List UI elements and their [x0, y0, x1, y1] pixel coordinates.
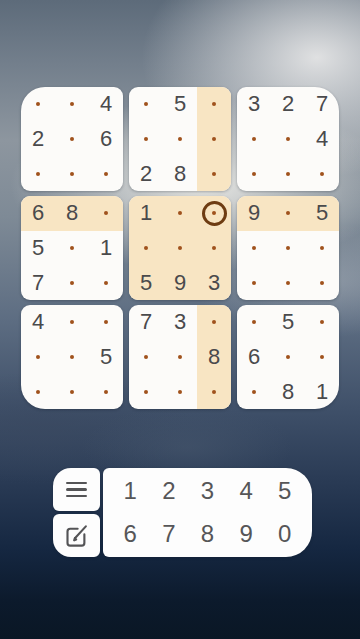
cell-r8c8[interactable]: [271, 340, 305, 375]
cell-r1c9[interactable]: 7: [305, 87, 339, 122]
cell-r8c7[interactable]: 6: [237, 340, 271, 375]
empty-cell-dot: [212, 211, 216, 215]
box-9: 5681: [237, 305, 339, 409]
cell-r3c7[interactable]: [237, 156, 271, 191]
empty-cell-dot: [36, 390, 40, 394]
given-digit: 3: [174, 311, 186, 333]
cell-r4c4[interactable]: 1: [129, 196, 163, 231]
cell-r1c7[interactable]: 3: [237, 87, 271, 122]
numpad-digit-4[interactable]: 4: [239, 479, 252, 503]
cell-r4c5[interactable]: [163, 196, 197, 231]
cell-r6c3[interactable]: [89, 265, 123, 300]
cell-r7c6[interactable]: [197, 305, 231, 340]
empty-cell-dot: [178, 246, 182, 250]
empty-cell-dot: [252, 320, 256, 324]
cell-r7c2[interactable]: [55, 305, 89, 340]
empty-cell-dot: [252, 390, 256, 394]
cell-r6c4[interactable]: 5: [129, 265, 163, 300]
box-5: 1593: [129, 196, 231, 300]
empty-cell-dot: [178, 390, 182, 394]
box-7: 45: [21, 305, 123, 409]
cell-r4c6[interactable]: [197, 196, 231, 231]
cell-r3c3[interactable]: [89, 156, 123, 191]
cell-r3c9[interactable]: [305, 156, 339, 191]
empty-cell-dot: [178, 211, 182, 215]
cell-r5c6[interactable]: [197, 231, 231, 266]
empty-cell-dot: [212, 320, 216, 324]
empty-cell-dot: [286, 281, 290, 285]
cell-r1c8[interactable]: 2: [271, 87, 305, 122]
empty-cell-dot: [104, 390, 108, 394]
cell-r5c8[interactable]: [271, 231, 305, 266]
box-3: 3274: [237, 87, 339, 191]
cell-r5c4[interactable]: [129, 231, 163, 266]
given-digit: 2: [282, 93, 294, 115]
cell-r3c4[interactable]: 2: [129, 156, 163, 191]
given-digit: 8: [208, 346, 220, 368]
given-digit: 7: [140, 311, 152, 333]
empty-cell-dot: [320, 281, 324, 285]
given-digit: 8: [174, 163, 186, 185]
notes-edit-button[interactable]: [53, 514, 100, 557]
cell-r5c9[interactable]: [305, 231, 339, 266]
cell-r3c2[interactable]: [55, 156, 89, 191]
given-digit: 2: [32, 128, 44, 150]
numpad-digit-3[interactable]: 3: [201, 479, 214, 503]
cell-r8c6[interactable]: 8: [197, 340, 231, 375]
empty-cell-dot: [70, 137, 74, 141]
empty-cell-dot: [286, 355, 290, 359]
given-digit: 7: [32, 272, 44, 294]
cell-r5c1[interactable]: 5: [21, 231, 55, 266]
numpad-digit-2[interactable]: 2: [162, 479, 175, 503]
cell-r2c9[interactable]: 4: [305, 122, 339, 157]
cell-r5c7[interactable]: [237, 231, 271, 266]
empty-cell-dot: [286, 211, 290, 215]
cell-r7c7[interactable]: [237, 305, 271, 340]
cell-r6c2[interactable]: [55, 265, 89, 300]
given-digit: 5: [100, 346, 112, 368]
cell-r4c7[interactable]: 9: [237, 196, 271, 231]
cell-r9c6[interactable]: [197, 374, 231, 409]
empty-cell-dot: [252, 281, 256, 285]
given-digit: 4: [32, 311, 44, 333]
empty-cell-dot: [144, 137, 148, 141]
cell-r2c4[interactable]: [129, 122, 163, 157]
empty-cell-dot: [70, 246, 74, 250]
cell-r8c9[interactable]: [305, 340, 339, 375]
numpad: 1234567890: [53, 468, 312, 557]
given-digit: 5: [140, 272, 152, 294]
hamburger-icon: [66, 482, 87, 498]
empty-cell-dot: [212, 172, 216, 176]
empty-cell-dot: [104, 172, 108, 176]
empty-cell-dot: [212, 102, 216, 106]
given-digit: 5: [282, 311, 294, 333]
empty-cell-dot: [252, 172, 256, 176]
numpad-digit-9[interactable]: 9: [239, 522, 252, 546]
cell-r9c8[interactable]: 8: [271, 374, 305, 409]
numpad-digit-5[interactable]: 5: [278, 479, 291, 503]
cell-r8c3[interactable]: 5: [89, 340, 123, 375]
cell-r7c5[interactable]: 3: [163, 305, 197, 340]
given-digit: 1: [140, 202, 152, 224]
empty-cell-dot: [252, 137, 256, 141]
empty-cell-dot: [252, 246, 256, 250]
cell-r8c2[interactable]: [55, 340, 89, 375]
empty-cell-dot: [320, 355, 324, 359]
given-digit: 6: [32, 202, 44, 224]
cell-r9c5[interactable]: [163, 374, 197, 409]
cell-r1c4[interactable]: [129, 87, 163, 122]
box-8: 738: [129, 305, 231, 409]
cell-r1c2[interactable]: [55, 87, 89, 122]
empty-cell-dot: [178, 355, 182, 359]
given-digit: 9: [174, 272, 186, 294]
cell-r4c8[interactable]: [271, 196, 305, 231]
cell-r8c4[interactable]: [129, 340, 163, 375]
given-digit: 3: [248, 93, 260, 115]
cell-r9c9[interactable]: 1: [305, 374, 339, 409]
cell-r9c3[interactable]: [89, 374, 123, 409]
cell-r8c5[interactable]: [163, 340, 197, 375]
cell-r3c8[interactable]: [271, 156, 305, 191]
given-digit: 6: [100, 128, 112, 150]
empty-cell-dot: [286, 137, 290, 141]
cell-r7c1[interactable]: 4: [21, 305, 55, 340]
empty-cell-dot: [286, 172, 290, 176]
empty-cell-dot: [70, 355, 74, 359]
empty-cell-dot: [70, 172, 74, 176]
cell-r2c3[interactable]: 6: [89, 122, 123, 157]
empty-cell-dot: [212, 137, 216, 141]
cell-r6c7[interactable]: [237, 265, 271, 300]
cell-r8c1[interactable]: [21, 340, 55, 375]
empty-cell-dot: [104, 320, 108, 324]
numpad-digit-6[interactable]: 6: [124, 522, 137, 546]
empty-cell-dot: [178, 137, 182, 141]
selection-ring: [202, 201, 227, 226]
empty-cell-dot: [320, 320, 324, 324]
cell-r2c6[interactable]: [197, 122, 231, 157]
empty-cell-dot: [36, 355, 40, 359]
cell-r4c1[interactable]: 6: [21, 196, 55, 231]
box-1: 426: [21, 87, 123, 191]
given-digit: 9: [248, 202, 260, 224]
empty-cell-dot: [70, 102, 74, 106]
cell-r2c1[interactable]: 2: [21, 122, 55, 157]
numpad-digits: 1234567890: [103, 468, 312, 557]
cell-r6c9[interactable]: [305, 265, 339, 300]
cell-r1c5[interactable]: 5: [163, 87, 197, 122]
menu-button[interactable]: [53, 468, 100, 511]
box-6: 95: [237, 196, 339, 300]
cell-r7c8[interactable]: 5: [271, 305, 305, 340]
given-digit: 6: [248, 346, 260, 368]
cell-r1c3[interactable]: 4: [89, 87, 123, 122]
cell-r2c7[interactable]: [237, 122, 271, 157]
cell-r3c6[interactable]: [197, 156, 231, 191]
given-digit: 8: [66, 202, 78, 224]
cell-r9c7[interactable]: [237, 374, 271, 409]
cell-r5c5[interactable]: [163, 231, 197, 266]
cell-r9c1[interactable]: [21, 374, 55, 409]
cell-r5c3[interactable]: 1: [89, 231, 123, 266]
numpad-digit-0[interactable]: 0: [278, 522, 291, 546]
given-digit: 5: [316, 202, 328, 224]
numpad-side-buttons: [53, 468, 100, 557]
cell-r6c6[interactable]: 3: [197, 265, 231, 300]
cell-r1c6[interactable]: [197, 87, 231, 122]
empty-cell-dot: [144, 102, 148, 106]
empty-cell-dot: [320, 172, 324, 176]
cell-r1c1[interactable]: [21, 87, 55, 122]
cell-r9c2[interactable]: [55, 374, 89, 409]
cell-r3c5[interactable]: 8: [163, 156, 197, 191]
cell-r2c5[interactable]: [163, 122, 197, 157]
pencil-square-icon: [63, 522, 90, 549]
given-digit: 5: [174, 93, 186, 115]
given-digit: 4: [100, 93, 112, 115]
cell-r4c3[interactable]: [89, 196, 123, 231]
given-digit: 3: [208, 272, 220, 294]
cell-r2c8[interactable]: [271, 122, 305, 157]
cell-r7c9[interactable]: [305, 305, 339, 340]
given-digit: 1: [316, 381, 328, 403]
given-digit: 7: [316, 93, 328, 115]
cell-r4c2[interactable]: 8: [55, 196, 89, 231]
cell-r6c8[interactable]: [271, 265, 305, 300]
cell-r2c2[interactable]: [55, 122, 89, 157]
cell-r7c4[interactable]: 7: [129, 305, 163, 340]
numpad-digit-1[interactable]: 1: [124, 479, 137, 503]
cell-r9c4[interactable]: [129, 374, 163, 409]
given-digit: 8: [282, 381, 294, 403]
numpad-digit-7[interactable]: 7: [162, 522, 175, 546]
empty-cell-dot: [104, 211, 108, 215]
empty-cell-dot: [286, 246, 290, 250]
given-digit: 4: [316, 128, 328, 150]
numpad-digit-8[interactable]: 8: [201, 522, 214, 546]
box-4: 68517: [21, 196, 123, 300]
given-digit: 2: [140, 163, 152, 185]
empty-cell-dot: [70, 320, 74, 324]
empty-cell-dot: [212, 246, 216, 250]
empty-cell-dot: [104, 281, 108, 285]
empty-cell-dot: [70, 281, 74, 285]
empty-cell-dot: [320, 246, 324, 250]
sudoku-board: 426528327468517159395457385681: [21, 87, 339, 409]
given-digit: 1: [100, 237, 112, 259]
cell-r6c1[interactable]: 7: [21, 265, 55, 300]
empty-cell-dot: [144, 355, 148, 359]
cell-r4c9[interactable]: 5: [305, 196, 339, 231]
empty-cell-dot: [36, 172, 40, 176]
cell-r7c3[interactable]: [89, 305, 123, 340]
empty-cell-dot: [36, 102, 40, 106]
given-digit: 5: [32, 237, 44, 259]
box-2: 528: [129, 87, 231, 191]
cell-r3c1[interactable]: [21, 156, 55, 191]
empty-cell-dot: [212, 390, 216, 394]
cell-r5c2[interactable]: [55, 231, 89, 266]
empty-cell-dot: [144, 390, 148, 394]
cell-r6c5[interactable]: 9: [163, 265, 197, 300]
empty-cell-dot: [70, 390, 74, 394]
empty-cell-dot: [144, 246, 148, 250]
